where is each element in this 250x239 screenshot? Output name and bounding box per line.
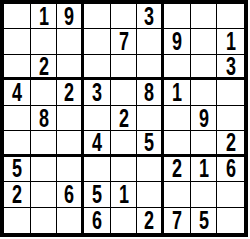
cell-r9c7[interactable]: 7 — [164, 208, 191, 233]
cell-r9c3[interactable] — [57, 208, 84, 233]
cell-r7c2[interactable] — [31, 157, 58, 182]
cell-r8c6[interactable] — [137, 182, 164, 207]
cell-r9c8[interactable]: 5 — [191, 208, 218, 233]
given-digit: 5 — [198, 208, 208, 233]
cell-r2c3[interactable] — [57, 29, 84, 54]
given-digit: 3 — [92, 80, 102, 105]
cell-r7c3[interactable] — [57, 157, 84, 182]
cell-r8c5[interactable]: 1 — [111, 182, 138, 207]
given-digit: 7 — [172, 208, 182, 233]
cell-r7c7[interactable]: 2 — [164, 157, 191, 182]
cell-r1c4[interactable] — [84, 4, 111, 29]
given-digit: 4 — [92, 131, 102, 155]
cell-r3c8[interactable] — [191, 55, 218, 80]
given-digit: 9 — [172, 29, 182, 54]
cell-r4c1[interactable]: 4 — [4, 80, 31, 105]
cell-r8c1[interactable]: 2 — [4, 182, 31, 207]
cell-r5c6[interactable] — [137, 106, 164, 131]
cell-r7c5[interactable] — [111, 157, 138, 182]
cell-r7c6[interactable] — [137, 157, 164, 182]
given-digit: 7 — [118, 29, 128, 54]
cell-r4c8[interactable] — [191, 80, 218, 105]
given-digit: 3 — [226, 55, 236, 79]
cell-r2c7[interactable]: 9 — [164, 29, 191, 54]
cell-r6c7[interactable] — [164, 131, 191, 156]
cell-r3c5[interactable] — [111, 55, 138, 80]
given-digit: 5 — [92, 182, 102, 207]
given-digit: 1 — [226, 29, 236, 54]
given-digit: 2 — [144, 208, 154, 233]
given-digit: 2 — [226, 131, 236, 155]
cell-r3c1[interactable] — [4, 55, 31, 80]
given-digit: 4 — [12, 80, 22, 105]
cell-r2c2[interactable] — [31, 29, 58, 54]
cell-r2c8[interactable] — [191, 29, 218, 54]
cell-r2c6[interactable] — [137, 29, 164, 54]
given-digit: 9 — [198, 106, 208, 131]
cell-r5c9[interactable] — [217, 106, 244, 131]
cell-r6c4[interactable]: 4 — [84, 131, 111, 156]
given-digit: 2 — [172, 157, 182, 182]
cell-r1c6[interactable]: 3 — [137, 4, 164, 29]
cell-r8c9[interactable] — [217, 182, 244, 207]
cell-r9c6[interactable]: 2 — [137, 208, 164, 233]
cell-r8c4[interactable]: 5 — [84, 182, 111, 207]
cell-r5c2[interactable]: 8 — [31, 106, 58, 131]
cell-r9c9[interactable] — [217, 208, 244, 233]
cell-r5c4[interactable] — [84, 106, 111, 131]
given-digit: 6 — [226, 157, 236, 182]
given-digit: 9 — [64, 4, 74, 29]
given-digit: 3 — [144, 4, 154, 29]
cell-r1c5[interactable] — [111, 4, 138, 29]
given-digit: 2 — [64, 80, 74, 105]
cell-r4c4[interactable]: 3 — [84, 80, 111, 105]
cell-r3c2[interactable]: 2 — [31, 55, 58, 80]
cell-r6c6[interactable]: 5 — [137, 131, 164, 156]
cell-r7c1[interactable]: 5 — [4, 157, 31, 182]
cell-r3c6[interactable] — [137, 55, 164, 80]
cell-r2c5[interactable]: 7 — [111, 29, 138, 54]
cell-r4c9[interactable] — [217, 80, 244, 105]
sudoku-board: 1937912342381829452521626516275 — [0, 0, 248, 237]
cell-r5c8[interactable]: 9 — [191, 106, 218, 131]
cell-r2c4[interactable] — [84, 29, 111, 54]
given-digit: 1 — [198, 157, 208, 182]
given-digit: 8 — [144, 80, 154, 105]
cell-r4c3[interactable]: 2 — [57, 80, 84, 105]
cell-r1c2[interactable]: 1 — [31, 4, 58, 29]
cell-r8c3[interactable]: 6 — [57, 182, 84, 207]
cell-r9c2[interactable] — [31, 208, 58, 233]
cell-r5c7[interactable] — [164, 106, 191, 131]
cell-r1c1[interactable] — [4, 4, 31, 29]
given-digit: 5 — [144, 131, 154, 155]
given-digit: 6 — [92, 208, 102, 233]
cell-r6c8[interactable] — [191, 131, 218, 156]
cell-r3c4[interactable] — [84, 55, 111, 80]
cell-r9c4[interactable]: 6 — [84, 208, 111, 233]
cell-r1c9[interactable] — [217, 4, 244, 29]
cell-r6c1[interactable] — [4, 131, 31, 156]
cell-r5c5[interactable]: 2 — [111, 106, 138, 131]
given-digit: 2 — [38, 55, 48, 79]
cell-r3c7[interactable] — [164, 55, 191, 80]
cell-r1c3[interactable]: 9 — [57, 4, 84, 29]
cell-r5c3[interactable] — [57, 106, 84, 131]
cell-r8c2[interactable] — [31, 182, 58, 207]
cell-r6c3[interactable] — [57, 131, 84, 156]
cell-r1c8[interactable] — [191, 4, 218, 29]
given-digit: 8 — [38, 106, 48, 131]
cell-r9c1[interactable] — [4, 208, 31, 233]
cell-r2c1[interactable] — [4, 29, 31, 54]
cell-r2c9[interactable]: 1 — [217, 29, 244, 54]
given-digit: 1 — [38, 4, 48, 29]
given-digit: 2 — [12, 182, 22, 207]
cell-r4c7[interactable]: 1 — [164, 80, 191, 105]
given-digit: 1 — [118, 182, 128, 207]
cell-r1c7[interactable] — [164, 4, 191, 29]
cell-r3c9[interactable]: 3 — [217, 55, 244, 80]
given-digit: 6 — [64, 182, 74, 207]
cell-r4c6[interactable]: 8 — [137, 80, 164, 105]
given-digit: 1 — [172, 80, 182, 105]
cell-r6c9[interactable]: 2 — [217, 131, 244, 156]
cell-r9c5[interactable] — [111, 208, 138, 233]
cell-r4c2[interactable] — [31, 80, 58, 105]
cell-r6c5[interactable] — [111, 131, 138, 156]
cell-r8c8[interactable] — [191, 182, 218, 207]
cell-r4c5[interactable] — [111, 80, 138, 105]
given-digit: 5 — [12, 157, 22, 182]
cell-r3c3[interactable] — [57, 55, 84, 80]
cell-r7c9[interactable]: 6 — [217, 157, 244, 182]
cell-r5c1[interactable] — [4, 106, 31, 131]
cell-r8c7[interactable] — [164, 182, 191, 207]
cell-r7c4[interactable] — [84, 157, 111, 182]
cell-r6c2[interactable] — [31, 131, 58, 156]
given-digit: 2 — [118, 106, 128, 131]
cell-r7c8[interactable]: 1 — [191, 157, 218, 182]
